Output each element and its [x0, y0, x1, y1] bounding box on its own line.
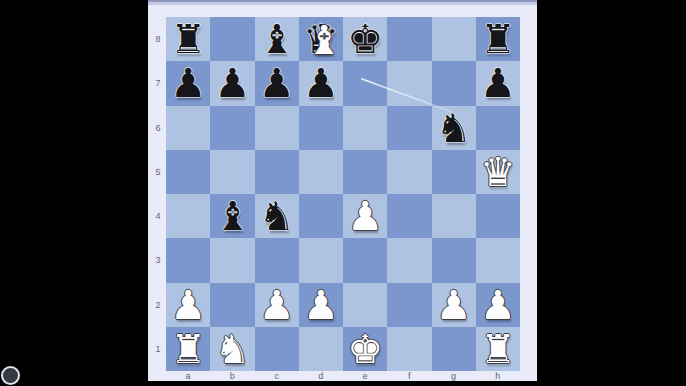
square-c8[interactable]: ♝	[255, 17, 299, 61]
square-a5[interactable]	[166, 150, 210, 194]
file-label-e: e	[343, 371, 387, 381]
square-d4[interactable]	[299, 194, 343, 238]
file-label-b: b	[210, 371, 254, 381]
piece-bR-a8[interactable]: ♜	[170, 17, 206, 61]
square-b1[interactable]: ♞	[210, 327, 254, 371]
chess-board[interactable]: ♜♝♛♚♜♟♟♟♟♟♞♛♝♞♟♟♟♟♟♟♜♞♚♜♝	[166, 17, 520, 371]
square-f4[interactable]	[387, 194, 431, 238]
rank-label-4: 4	[151, 194, 165, 238]
piece-wK-e1[interactable]: ♚	[347, 327, 383, 371]
piece-wP-a2[interactable]: ♟	[170, 283, 206, 327]
square-a2[interactable]: ♟	[166, 283, 210, 327]
square-h3[interactable]	[476, 238, 520, 282]
piece-bK-e8[interactable]: ♚	[347, 17, 383, 61]
square-e6[interactable]	[343, 106, 387, 150]
square-a1[interactable]: ♜	[166, 327, 210, 371]
square-f3[interactable]	[387, 238, 431, 282]
square-e3[interactable]	[343, 238, 387, 282]
rank-label-2: 2	[151, 283, 165, 327]
square-e5[interactable]	[343, 150, 387, 194]
square-b3[interactable]	[210, 238, 254, 282]
rank-label-6: 6	[151, 106, 165, 150]
square-c5[interactable]	[255, 150, 299, 194]
piece-wP-h2[interactable]: ♟	[480, 283, 516, 327]
square-g3[interactable]	[432, 238, 476, 282]
square-d3[interactable]	[299, 238, 343, 282]
square-e4[interactable]: ♟	[343, 194, 387, 238]
square-b4[interactable]: ♝	[210, 194, 254, 238]
square-c7[interactable]: ♟	[255, 61, 299, 105]
top-strip-light	[148, 2, 537, 5]
piece-bP-d7[interactable]: ♟	[303, 61, 339, 105]
square-f8[interactable]	[387, 17, 431, 61]
square-e1[interactable]: ♚	[343, 327, 387, 371]
square-g5[interactable]	[432, 150, 476, 194]
rank-label-8: 8	[151, 17, 165, 61]
square-f7[interactable]	[387, 61, 431, 105]
rank-label-5: 5	[151, 150, 165, 194]
piece-wP-g2[interactable]: ♟	[436, 283, 472, 327]
piece-bB-b4[interactable]: ♝	[214, 194, 250, 238]
square-a6[interactable]	[166, 106, 210, 150]
square-f6[interactable]	[387, 106, 431, 150]
square-c4[interactable]: ♞	[255, 194, 299, 238]
square-h1[interactable]: ♜	[476, 327, 520, 371]
file-label-c: c	[255, 371, 299, 381]
file-label-h: h	[476, 371, 520, 381]
capture-overlay-wB-d8[interactable]: ♝	[302, 18, 346, 62]
square-g4[interactable]	[432, 194, 476, 238]
file-label-a: a	[166, 371, 210, 381]
square-h4[interactable]	[476, 194, 520, 238]
square-a4[interactable]	[166, 194, 210, 238]
square-h5[interactable]: ♛	[476, 150, 520, 194]
square-g8[interactable]	[432, 17, 476, 61]
square-g7[interactable]	[432, 61, 476, 105]
square-g6[interactable]: ♞	[432, 106, 476, 150]
piece-bP-b7[interactable]: ♟	[214, 61, 250, 105]
square-a8[interactable]: ♜	[166, 17, 210, 61]
square-b5[interactable]	[210, 150, 254, 194]
piece-bP-h7[interactable]: ♟	[480, 61, 516, 105]
piece-bN-g6[interactable]: ♞	[436, 106, 472, 150]
file-label-f: f	[387, 371, 431, 381]
square-c3[interactable]	[255, 238, 299, 282]
square-f1[interactable]	[387, 327, 431, 371]
square-b2[interactable]	[210, 283, 254, 327]
piece-wR-a1[interactable]: ♜	[170, 327, 206, 371]
square-c6[interactable]	[255, 106, 299, 150]
piece-wP-c2[interactable]: ♟	[259, 283, 295, 327]
square-g2[interactable]: ♟	[432, 283, 476, 327]
square-f2[interactable]	[387, 283, 431, 327]
square-e2[interactable]	[343, 283, 387, 327]
square-b6[interactable]	[210, 106, 254, 150]
piece-wP-e4[interactable]: ♟	[347, 194, 383, 238]
piece-bP-a7[interactable]: ♟	[170, 61, 206, 105]
square-e8[interactable]: ♚	[343, 17, 387, 61]
square-g1[interactable]	[432, 327, 476, 371]
square-d5[interactable]	[299, 150, 343, 194]
piece-bN-c4[interactable]: ♞	[259, 194, 295, 238]
square-a3[interactable]	[166, 238, 210, 282]
rank-label-1: 1	[151, 327, 165, 371]
rank-labels: 87654321	[151, 17, 165, 371]
piece-wN-b1[interactable]: ♞	[214, 327, 250, 371]
rank-label-7: 7	[151, 61, 165, 105]
piece-wP-d2[interactable]: ♟	[303, 283, 339, 327]
square-a7[interactable]: ♟	[166, 61, 210, 105]
square-d2[interactable]: ♟	[299, 283, 343, 327]
piece-wQ-h5[interactable]: ♛	[480, 150, 516, 194]
square-f5[interactable]	[387, 150, 431, 194]
square-c2[interactable]: ♟	[255, 283, 299, 327]
file-label-g: g	[432, 371, 476, 381]
square-b7[interactable]: ♟	[210, 61, 254, 105]
rank-label-3: 3	[151, 238, 165, 282]
corner-circle-indicator[interactable]	[1, 366, 20, 385]
square-d1[interactable]	[299, 327, 343, 371]
piece-wB-overlay: ♝	[306, 18, 342, 62]
piece-wR-h1[interactable]: ♜	[480, 327, 516, 371]
piece-bR-h8[interactable]: ♜	[480, 17, 516, 61]
square-d6[interactable]	[299, 106, 343, 150]
square-h2[interactable]: ♟	[476, 283, 520, 327]
square-h7[interactable]: ♟	[476, 61, 520, 105]
square-h8[interactable]: ♜	[476, 17, 520, 61]
file-labels: abcdefgh	[166, 371, 520, 381]
square-h6[interactable]	[476, 106, 520, 150]
square-b8[interactable]	[210, 17, 254, 61]
piece-bB-c8[interactable]: ♝	[259, 17, 295, 61]
piece-bP-c7[interactable]: ♟	[259, 61, 295, 105]
square-c1[interactable]	[255, 327, 299, 371]
video-frame: 87654321 ♜♝♛♚♜♟♟♟♟♟♞♛♝♞♟♟♟♟♟♟♜♞♚♜♝ abcde…	[148, 0, 537, 381]
file-label-d: d	[299, 371, 343, 381]
square-d7[interactable]: ♟	[299, 61, 343, 105]
square-e7[interactable]	[343, 61, 387, 105]
